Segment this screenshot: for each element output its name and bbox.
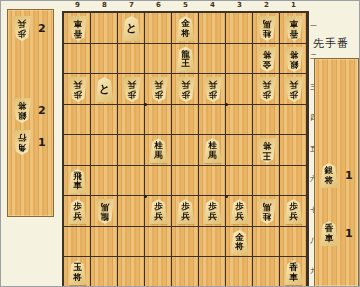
- sente-hand-stand: 銀 将1香 車1: [314, 58, 359, 287]
- turn-indicator: 先手番: [313, 36, 349, 51]
- hand-count-gote-1: 2: [38, 104, 46, 117]
- koma-3-7[interactable]: 歩 兵: [230, 199, 250, 224]
- file-label-2: 2: [253, 1, 280, 10]
- koma-1-2[interactable]: 銀 将: [284, 47, 304, 72]
- koma-9-6[interactable]: 飛 車: [68, 169, 88, 194]
- board-grid[interactable]: 香 車と金 将桂 馬香 車龍 王金 将銀 将歩 兵と歩 兵歩 兵歩 兵歩 兵歩 …: [62, 11, 309, 287]
- file-label-6: 6: [145, 1, 172, 10]
- koma-8-3[interactable]: と: [95, 77, 115, 102]
- koma-4-3[interactable]: 歩 兵: [203, 77, 223, 102]
- koma-6-7[interactable]: 歩 兵: [149, 199, 169, 224]
- koma-7-3[interactable]: 歩 兵: [122, 77, 142, 102]
- file-label-7: 7: [118, 1, 145, 10]
- file-label-3: 3: [226, 1, 253, 10]
- koma-1-3[interactable]: 歩 兵: [284, 77, 304, 102]
- hoshi-dot: [225, 195, 228, 198]
- file-labels: 987654321: [64, 1, 307, 10]
- koma-9-1[interactable]: 香 車: [68, 16, 88, 41]
- koma-9-7[interactable]: 歩 兵: [68, 199, 88, 224]
- koma-8-7[interactable]: 龍 馬: [95, 199, 115, 224]
- koma-hand-sente-1[interactable]: 香 車: [319, 221, 339, 246]
- koma-6-3[interactable]: 歩 兵: [149, 77, 169, 102]
- koma-1-7[interactable]: 歩 兵: [284, 199, 304, 224]
- koma-4-5[interactable]: 桂 馬: [203, 138, 223, 163]
- gote-hand-stand: 歩 兵2銀 将2角 行1: [7, 9, 54, 217]
- koma-5-7[interactable]: 歩 兵: [176, 199, 196, 224]
- koma-9-3[interactable]: 歩 兵: [68, 77, 88, 102]
- hoshi-dot: [225, 103, 228, 106]
- hand-count-gote-2: 1: [38, 136, 46, 149]
- shogi-app: 歩 兵2銀 将2角 行1 987654321 香 車と金 将桂 馬香 車龍 王金…: [0, 0, 360, 287]
- koma-5-3[interactable]: 歩 兵: [176, 77, 196, 102]
- koma-1-1[interactable]: 香 車: [284, 16, 304, 41]
- koma-2-2[interactable]: 金 将: [257, 47, 277, 72]
- hand-count-sente-1: 1: [345, 227, 353, 240]
- koma-2-7[interactable]: 桂 馬: [257, 199, 277, 224]
- koma-4-7[interactable]: 歩 兵: [203, 199, 223, 224]
- koma-hand-gote-1[interactable]: 銀 将: [12, 98, 32, 123]
- hoshi-dot: [144, 195, 147, 198]
- koma-hand-sente-0[interactable]: 銀 将: [319, 163, 339, 188]
- hoshi-dot: [144, 103, 147, 106]
- file-label-4: 4: [199, 1, 226, 10]
- koma-3-8[interactable]: 金 将: [230, 230, 250, 255]
- hand-count-sente-0: 1: [345, 169, 353, 182]
- koma-5-1[interactable]: 金 将: [176, 16, 196, 41]
- file-label-5: 5: [172, 1, 199, 10]
- file-label-9: 9: [64, 1, 91, 10]
- koma-2-3[interactable]: 歩 兵: [257, 77, 277, 102]
- koma-2-5[interactable]: 王 将: [257, 138, 277, 163]
- koma-5-2[interactable]: 龍 王: [176, 47, 196, 72]
- koma-hand-gote-2[interactable]: 角 行: [12, 130, 32, 155]
- koma-2-1[interactable]: 桂 馬: [257, 16, 277, 41]
- file-label-8: 8: [91, 1, 118, 10]
- hand-count-gote-0: 2: [38, 22, 46, 35]
- file-label-1: 1: [280, 1, 307, 10]
- koma-1-9[interactable]: 香 車: [284, 260, 304, 285]
- koma-9-9[interactable]: 玉 将: [68, 260, 88, 285]
- koma-6-5[interactable]: 桂 馬: [149, 138, 169, 163]
- koma-7-1[interactable]: と: [122, 16, 142, 41]
- koma-hand-gote-0[interactable]: 歩 兵: [12, 16, 32, 41]
